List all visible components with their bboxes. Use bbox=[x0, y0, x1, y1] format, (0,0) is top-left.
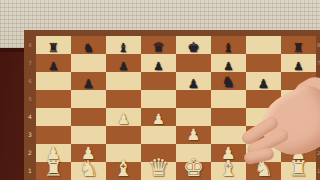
piece-black-pawn-c7[interactable]: ♟ bbox=[106, 61, 141, 72]
piece-black-pawn-g6[interactable]: ♟ bbox=[246, 78, 281, 90]
square-e8[interactable]: ♚ bbox=[176, 36, 211, 54]
square-b2[interactable]: ♟ bbox=[71, 144, 106, 162]
square-a8[interactable]: ♜ bbox=[36, 36, 71, 54]
chess-scene: ♜♞♝♛♚♝♜♟♟♟♟♟♟♟♞♟♟♟♟♟♟♟♟♟♜♞♝♛♚♝♞♜ 8765432… bbox=[0, 0, 320, 180]
piece-black-pawn-h7[interactable]: ♟ bbox=[281, 61, 316, 72]
square-a3[interactable] bbox=[36, 126, 71, 144]
piece-white-rook-h1[interactable]: ♜ bbox=[281, 158, 316, 180]
piece-white-rook-a1[interactable]: ♜ bbox=[36, 158, 71, 180]
square-e7[interactable] bbox=[176, 54, 211, 72]
square-b4[interactable] bbox=[71, 108, 106, 126]
square-f2[interactable]: ♟ bbox=[211, 144, 246, 162]
square-d7[interactable]: ♟ bbox=[141, 54, 176, 72]
square-c7[interactable]: ♟ bbox=[106, 54, 141, 72]
square-c3[interactable] bbox=[106, 126, 141, 144]
piece-white-bishop-c1[interactable]: ♝ bbox=[106, 158, 141, 180]
square-a6[interactable] bbox=[36, 72, 71, 90]
square-b7[interactable] bbox=[71, 54, 106, 72]
square-b1[interactable]: ♞ bbox=[71, 162, 106, 180]
piece-white-knight-b1[interactable]: ♞ bbox=[71, 158, 106, 180]
square-c1[interactable]: ♝ bbox=[106, 162, 141, 180]
piece-black-rook-a8[interactable]: ♜ bbox=[36, 42, 71, 54]
square-h1[interactable]: ♜ bbox=[281, 162, 316, 180]
square-d2[interactable] bbox=[141, 144, 176, 162]
piece-black-king-e8[interactable]: ♚ bbox=[176, 41, 211, 54]
square-e5[interactable] bbox=[176, 90, 211, 108]
square-b5[interactable] bbox=[71, 90, 106, 108]
piece-white-pawn-a2[interactable]: ♟ bbox=[36, 145, 71, 162]
piece-black-pawn-b6[interactable]: ♟ bbox=[71, 78, 106, 90]
square-f3[interactable] bbox=[211, 126, 246, 144]
square-b6[interactable]: ♟ bbox=[71, 72, 106, 90]
square-e4[interactable] bbox=[176, 108, 211, 126]
rank-label-left-7: 7 bbox=[24, 54, 36, 72]
rank-label-left-3: 3 bbox=[24, 126, 36, 144]
square-f1[interactable]: ♝ bbox=[211, 162, 246, 180]
square-g1[interactable]: ♞ bbox=[246, 162, 281, 180]
square-b8[interactable]: ♞ bbox=[71, 36, 106, 54]
square-g6[interactable]: ♟ bbox=[246, 72, 281, 90]
square-f6[interactable]: ♞ bbox=[211, 72, 246, 90]
rank-label-left-4: 4 bbox=[24, 108, 36, 126]
piece-black-rook-h8[interactable]: ♜ bbox=[281, 42, 316, 54]
piece-black-bishop-c8[interactable]: ♝ bbox=[106, 42, 141, 54]
square-b3[interactable] bbox=[71, 126, 106, 144]
piece-black-pawn-a7[interactable]: ♟ bbox=[36, 61, 71, 72]
square-c4[interactable]: ♟ bbox=[106, 108, 141, 126]
square-h8[interactable]: ♜ bbox=[281, 36, 316, 54]
square-d6[interactable] bbox=[141, 72, 176, 90]
square-a4[interactable] bbox=[36, 108, 71, 126]
square-f7[interactable]: ♟ bbox=[211, 54, 246, 72]
square-e1[interactable]: ♚ bbox=[176, 162, 211, 180]
square-a2[interactable]: ♟ bbox=[36, 144, 71, 162]
piece-white-pawn-e3[interactable]: ♟ bbox=[176, 128, 211, 144]
rank-label-left-6: 6 bbox=[24, 72, 36, 90]
square-d8[interactable]: ♛ bbox=[141, 36, 176, 54]
piece-white-pawn-d4[interactable]: ♟ bbox=[141, 112, 176, 126]
piece-white-bishop-f1[interactable]: ♝ bbox=[211, 158, 246, 180]
square-d4[interactable]: ♟ bbox=[141, 108, 176, 126]
square-a7[interactable]: ♟ bbox=[36, 54, 71, 72]
square-c5[interactable] bbox=[106, 90, 141, 108]
square-c6[interactable] bbox=[106, 72, 141, 90]
square-h7[interactable]: ♟ bbox=[281, 54, 316, 72]
square-a5[interactable] bbox=[36, 90, 71, 108]
square-f8[interactable]: ♝ bbox=[211, 36, 246, 54]
rank-label-left-5: 5 bbox=[24, 90, 36, 108]
piece-white-pawn-c4[interactable]: ♟ bbox=[106, 112, 141, 126]
square-d1[interactable]: ♛ bbox=[141, 162, 176, 180]
piece-white-pawn-b2[interactable]: ♟ bbox=[71, 145, 106, 162]
square-e2[interactable] bbox=[176, 144, 211, 162]
square-d5[interactable] bbox=[141, 90, 176, 108]
piece-black-knight-f6[interactable]: ♞ bbox=[211, 75, 246, 90]
square-d3[interactable] bbox=[141, 126, 176, 144]
square-c8[interactable]: ♝ bbox=[106, 36, 141, 54]
piece-white-pawn-f2[interactable]: ♟ bbox=[211, 145, 246, 162]
piece-black-knight-b8[interactable]: ♞ bbox=[71, 42, 106, 54]
rank-label-left-2: 2 bbox=[24, 144, 36, 162]
piece-black-pawn-f7[interactable]: ♟ bbox=[211, 61, 246, 72]
rank-label-left-8: 8 bbox=[24, 36, 36, 54]
rank-label-left-1: 1 bbox=[24, 162, 36, 180]
piece-black-bishop-f8[interactable]: ♝ bbox=[211, 42, 246, 54]
piece-black-pawn-e6[interactable]: ♟ bbox=[176, 78, 211, 90]
square-a1[interactable]: ♜ bbox=[36, 162, 71, 180]
square-e3[interactable]: ♟ bbox=[176, 126, 211, 144]
square-f4[interactable] bbox=[211, 108, 246, 126]
piece-black-queen-d8[interactable]: ♛ bbox=[141, 41, 176, 54]
piece-black-pawn-d7[interactable]: ♟ bbox=[141, 61, 176, 72]
square-g8[interactable] bbox=[246, 36, 281, 54]
square-e6[interactable]: ♟ bbox=[176, 72, 211, 90]
square-f5[interactable] bbox=[211, 90, 246, 108]
square-g7[interactable] bbox=[246, 54, 281, 72]
square-c2[interactable] bbox=[106, 144, 141, 162]
